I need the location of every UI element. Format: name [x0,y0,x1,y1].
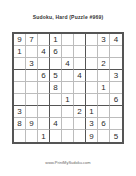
cell-r9c3: 1 [38,130,50,142]
page-title: Sudoku, Hard (Puzzle #969) [0,14,136,20]
cell-r9c7: 9 [86,130,98,142]
cell-r4c6: 4 [74,70,86,82]
cell-r2c5 [62,46,74,58]
cell-r7c2 [26,106,38,118]
cell-r3c5: 4 [62,58,74,70]
cell-r4c4: 5 [50,70,62,82]
cell-r4c5 [62,70,74,82]
cell-r7c6: 2 [74,106,86,118]
cell-r5c9 [110,82,122,94]
cell-r9c2 [26,130,38,142]
cell-r4c2 [26,70,38,82]
cell-r2c2 [26,46,38,58]
cell-r6c3 [38,94,50,106]
cell-r3c6 [74,58,86,70]
cell-r8c6 [74,118,86,130]
cell-r6c1 [14,94,26,106]
cell-r4c8 [98,70,110,82]
footer-url: www.PrintMySudoku.com [0,160,136,165]
cell-r5c5 [62,82,74,94]
cell-r3c1 [14,58,26,70]
cell-r2c3: 4 [38,46,50,58]
sudoku-grid: 971341463426543811632189436195 [12,32,124,144]
cell-r1c2: 7 [26,34,38,46]
cell-r5c8: 1 [98,82,110,94]
cell-r2c7 [86,46,98,58]
cell-r7c3 [38,106,50,118]
cell-r6c2 [26,94,38,106]
cell-r1c9: 4 [110,34,122,46]
cell-r2c6 [74,46,86,58]
cell-r4c1 [14,70,26,82]
cell-r9c1 [14,130,26,142]
cell-r5c7 [86,82,98,94]
cell-r7c1: 3 [14,106,26,118]
cell-r1c1: 9 [14,34,26,46]
cell-r5c6 [74,82,86,94]
cell-r4c7 [86,70,98,82]
sudoku-page: Sudoku, Hard (Puzzle #969) 9713414634265… [0,0,136,176]
cell-r2c9 [110,46,122,58]
cell-r3c2: 3 [26,58,38,70]
cell-r1c3 [38,34,50,46]
cell-r7c9 [110,106,122,118]
cell-r1c4: 1 [50,34,62,46]
cell-r2c4: 6 [50,46,62,58]
cell-r3c3 [38,58,50,70]
cell-r5c3 [38,82,50,94]
cell-r9c9: 5 [110,130,122,142]
cell-r3c7 [86,58,98,70]
cell-r2c8 [98,46,110,58]
cell-r6c6 [74,94,86,106]
cell-r9c8 [98,130,110,142]
cell-r5c2 [26,82,38,94]
cell-r7c5 [62,106,74,118]
cell-r4c3: 6 [38,70,50,82]
cell-r7c7: 1 [86,106,98,118]
cell-r2c1: 1 [14,46,26,58]
cell-r5c1 [14,82,26,94]
cell-r8c2: 9 [26,118,38,130]
cell-r6c5: 1 [62,94,74,106]
cell-r9c6 [74,130,86,142]
cell-r8c4: 4 [50,118,62,130]
cell-r8c8: 6 [98,118,110,130]
cell-r3c4 [50,58,62,70]
cell-r3c9 [110,58,122,70]
cell-r7c8 [98,106,110,118]
cell-r6c9: 6 [110,94,122,106]
cell-r4c9: 3 [110,70,122,82]
cell-r6c7 [86,94,98,106]
cell-r3c8: 2 [98,58,110,70]
cell-r9c4 [50,130,62,142]
cell-r6c4 [50,94,62,106]
cell-r8c7: 3 [86,118,98,130]
cell-r6c8 [98,94,110,106]
cell-r1c5 [62,34,74,46]
cell-r1c8: 3 [98,34,110,46]
cell-r8c9 [110,118,122,130]
cell-r5c4: 8 [50,82,62,94]
cell-r1c7 [86,34,98,46]
cell-r1c6 [74,34,86,46]
cell-r8c5 [62,118,74,130]
cell-r7c4 [50,106,62,118]
cell-r9c5 [62,130,74,142]
cell-r8c3 [38,118,50,130]
cell-r8c1: 8 [14,118,26,130]
